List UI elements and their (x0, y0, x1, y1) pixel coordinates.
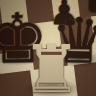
chess-photo: ♟ ♚ ♛ ♜ (0, 0, 96, 96)
white-rook[interactable]: ♜ (22, 37, 80, 96)
